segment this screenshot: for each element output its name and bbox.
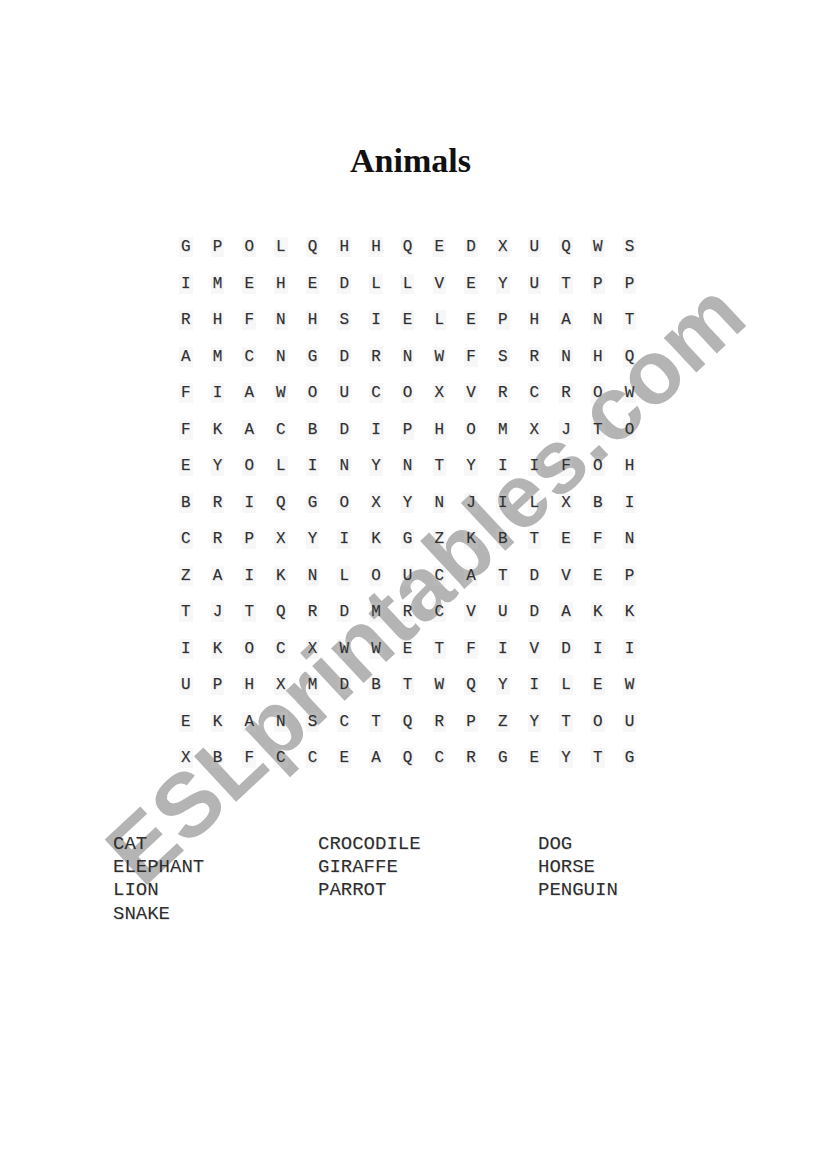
grid-cell: U [519, 229, 551, 266]
grid-cell: X [265, 667, 297, 704]
grid-cell: L [328, 558, 360, 595]
grid-cell: N [550, 339, 582, 376]
grid-cell: T [424, 448, 456, 485]
grid-cell: C [424, 740, 456, 777]
grid-cell: D [519, 594, 551, 631]
grid-cell: Y [202, 448, 234, 485]
grid-cell: C [233, 339, 265, 376]
grid-cell: A [360, 740, 392, 777]
grid-cell: H [614, 448, 646, 485]
grid-cell: X [297, 631, 329, 668]
grid-cell: W [582, 229, 614, 266]
word-list-item: SNAKE [113, 903, 204, 926]
grid-cell: H [582, 339, 614, 376]
grid-cell: W [424, 667, 456, 704]
grid-cell: O [233, 229, 265, 266]
grid-cell: G [614, 740, 646, 777]
grid-cell: E [328, 740, 360, 777]
grid-cell: Q [614, 339, 646, 376]
grid-cell: E [455, 302, 487, 339]
grid-cell: Y [550, 740, 582, 777]
grid-cell: U [487, 594, 519, 631]
grid-cell: E [170, 704, 202, 741]
grid-cell: B [487, 521, 519, 558]
grid-cell: H [360, 229, 392, 266]
grid-cell: I [614, 631, 646, 668]
grid-cell: Y [487, 667, 519, 704]
grid-cell: A [233, 704, 265, 741]
grid-cell: I [487, 448, 519, 485]
grid-cell: T [550, 266, 582, 303]
grid-cell: W [265, 375, 297, 412]
grid-cell: W [614, 667, 646, 704]
grid-cell: X [265, 521, 297, 558]
grid-cell: V [550, 558, 582, 595]
grid-cell: A [233, 375, 265, 412]
grid-cell: H [233, 667, 265, 704]
grid-cell: C [170, 521, 202, 558]
wordsearch-grid: GPOLQHHQEDXUQWSIMEHEDLLVEYUTPPRHFNHSIELE… [170, 229, 645, 777]
grid-cell: W [328, 631, 360, 668]
grid-cell: Z [487, 704, 519, 741]
grid-cell: T [233, 594, 265, 631]
grid-cell: K [202, 704, 234, 741]
grid-cell: I [328, 521, 360, 558]
grid-cell: I [170, 631, 202, 668]
word-list-item: DOG [538, 833, 618, 856]
grid-cell: J [455, 485, 487, 522]
word-list-item: CROCODILE [318, 833, 421, 856]
grid-cell: N [297, 558, 329, 595]
grid-cell: N [424, 485, 456, 522]
word-list-item: CAT [113, 833, 204, 856]
grid-cell: S [487, 339, 519, 376]
grid-cell: C [265, 740, 297, 777]
grid-cell: A [202, 558, 234, 595]
grid-cell: E [170, 448, 202, 485]
grid-cell: I [360, 302, 392, 339]
grid-cell: A [550, 594, 582, 631]
grid-cell: G [297, 339, 329, 376]
grid-cell: N [265, 704, 297, 741]
grid-cell: I [519, 448, 551, 485]
grid-cell: C [360, 375, 392, 412]
grid-cell: I [614, 485, 646, 522]
grid-cell: U [519, 266, 551, 303]
grid-cell: T [360, 704, 392, 741]
grid-cell: X [487, 229, 519, 266]
grid-cell: N [265, 302, 297, 339]
grid-cell: D [328, 594, 360, 631]
grid-cell: I [202, 375, 234, 412]
grid-cell: M [202, 339, 234, 376]
grid-cell: X [170, 740, 202, 777]
grid-cell: W [360, 631, 392, 668]
grid-cell: C [265, 412, 297, 449]
grid-cell: X [424, 375, 456, 412]
grid-cell: S [328, 302, 360, 339]
word-list-item: HORSE [538, 856, 618, 879]
grid-cell: D [328, 339, 360, 376]
grid-cell: S [614, 229, 646, 266]
grid-cell: M [487, 412, 519, 449]
grid-cell: T [582, 412, 614, 449]
grid-cell: F [233, 740, 265, 777]
grid-cell: O [233, 448, 265, 485]
grid-cell: E [519, 740, 551, 777]
grid-cell: K [455, 521, 487, 558]
grid-cell: T [487, 558, 519, 595]
grid-cell: P [233, 521, 265, 558]
grid-cell: F [582, 521, 614, 558]
grid-cell: F [550, 448, 582, 485]
grid-cell: R [297, 594, 329, 631]
grid-cell: F [170, 375, 202, 412]
grid-cell: O [614, 412, 646, 449]
grid-cell: B [170, 485, 202, 522]
grid-cell: Q [392, 740, 424, 777]
grid-cell: G [487, 740, 519, 777]
word-list-column-2: CROCODILEGIRAFFEPARROT [318, 833, 421, 903]
grid-cell: R [170, 302, 202, 339]
grid-cell: U [392, 558, 424, 595]
grid-cell: X [519, 412, 551, 449]
grid-cell: K [265, 558, 297, 595]
grid-cell: O [582, 704, 614, 741]
grid-cell: H [424, 412, 456, 449]
grid-cell: T [170, 594, 202, 631]
grid-cell: R [550, 375, 582, 412]
grid-cell: Q [455, 667, 487, 704]
grid-cell: Q [265, 485, 297, 522]
grid-cell: H [328, 229, 360, 266]
grid-cell: C [424, 594, 456, 631]
grid-cell: B [360, 667, 392, 704]
word-list-item: LION [113, 879, 204, 902]
grid-cell: U [614, 704, 646, 741]
grid-cell: H [297, 302, 329, 339]
grid-cell: T [550, 704, 582, 741]
grid-cell: Y [455, 448, 487, 485]
grid-cell: P [614, 266, 646, 303]
grid-cell: G [297, 485, 329, 522]
word-list-item: PARROT [318, 879, 421, 902]
grid-cell: I [487, 631, 519, 668]
grid-cell: L [265, 448, 297, 485]
grid-cell: U [328, 375, 360, 412]
grid-cell: I [582, 631, 614, 668]
grid-cell: R [360, 339, 392, 376]
grid-cell: E [582, 558, 614, 595]
grid-cell: U [170, 667, 202, 704]
grid-cell: L [392, 266, 424, 303]
grid-cell: N [392, 448, 424, 485]
grid-cell: F [455, 631, 487, 668]
grid-cell: P [582, 266, 614, 303]
grid-cell: E [233, 266, 265, 303]
grid-cell: H [265, 266, 297, 303]
grid-cell: W [424, 339, 456, 376]
grid-cell: Y [360, 448, 392, 485]
grid-cell: P [614, 558, 646, 595]
grid-cell: Y [519, 704, 551, 741]
grid-cell: J [550, 412, 582, 449]
grid-cell: V [455, 375, 487, 412]
grid-cell: V [455, 594, 487, 631]
grid-cell: T [424, 631, 456, 668]
grid-cell: L [360, 266, 392, 303]
grid-cell: Q [392, 229, 424, 266]
grid-cell: W [614, 375, 646, 412]
grid-cell: M [360, 594, 392, 631]
grid-cell: O [328, 485, 360, 522]
grid-cell: R [202, 485, 234, 522]
grid-cell: F [233, 302, 265, 339]
grid-cell: K [582, 594, 614, 631]
grid-cell: D [328, 266, 360, 303]
grid-cell: D [328, 412, 360, 449]
grid-cell: A [170, 339, 202, 376]
grid-cell: Y [487, 266, 519, 303]
grid-cell: N [265, 339, 297, 376]
grid-cell: I [233, 485, 265, 522]
grid-cell: D [328, 667, 360, 704]
grid-cell: E [550, 521, 582, 558]
grid-cell: I [233, 558, 265, 595]
grid-cell: O [582, 375, 614, 412]
grid-cell: O [392, 375, 424, 412]
grid-cell: I [360, 412, 392, 449]
grid-cell: I [170, 266, 202, 303]
grid-cell: K [202, 412, 234, 449]
grid-cell: N [582, 302, 614, 339]
worksheet-page: ESLprintables.com Animals GPOLQHHQEDXUQW… [0, 0, 821, 1169]
grid-cell: V [424, 266, 456, 303]
grid-cell: X [360, 485, 392, 522]
grid-cell: T [392, 667, 424, 704]
grid-cell: L [424, 302, 456, 339]
word-list-column-1: CATELEPHANTLIONSNAKE [113, 833, 204, 926]
grid-cell: Y [297, 521, 329, 558]
grid-cell: C [424, 558, 456, 595]
grid-cell: N [392, 339, 424, 376]
grid-cell: O [360, 558, 392, 595]
grid-cell: E [424, 229, 456, 266]
grid-cell: E [582, 667, 614, 704]
grid-cell: Q [297, 229, 329, 266]
grid-cell: E [297, 266, 329, 303]
grid-cell: H [202, 302, 234, 339]
grid-cell: G [392, 521, 424, 558]
grid-cell: X [550, 485, 582, 522]
page-title: Animals [0, 142, 821, 180]
grid-cell: I [487, 485, 519, 522]
grid-cell: Q [392, 704, 424, 741]
grid-cell: G [170, 229, 202, 266]
grid-cell: R [519, 339, 551, 376]
grid-cell: F [455, 339, 487, 376]
grid-cell: P [202, 229, 234, 266]
grid-cell: K [202, 631, 234, 668]
grid-cell: Q [265, 594, 297, 631]
grid-cell: A [550, 302, 582, 339]
word-list-column-3: DOGHORSEPENGUIN [538, 833, 618, 903]
grid-cell: C [328, 704, 360, 741]
grid-cell: Q [550, 229, 582, 266]
grid-cell: S [297, 704, 329, 741]
grid-cell: A [455, 558, 487, 595]
grid-cell: C [519, 375, 551, 412]
grid-cell: D [519, 558, 551, 595]
grid-cell: B [582, 485, 614, 522]
grid-cell: I [519, 667, 551, 704]
grid-cell: I [297, 448, 329, 485]
grid-cell: N [328, 448, 360, 485]
grid-cell: D [455, 229, 487, 266]
grid-cell: M [202, 266, 234, 303]
grid-cell: B [202, 740, 234, 777]
grid-cell: O [455, 412, 487, 449]
grid-cell: T [614, 302, 646, 339]
grid-cell: K [614, 594, 646, 631]
grid-cell: D [550, 631, 582, 668]
grid-cell: E [392, 631, 424, 668]
grid-cell: Y [392, 485, 424, 522]
grid-cell: L [265, 229, 297, 266]
grid-cell: R [392, 594, 424, 631]
grid-cell: E [392, 302, 424, 339]
grid-cell: P [392, 412, 424, 449]
grid-cell: N [614, 521, 646, 558]
grid-cell: P [487, 302, 519, 339]
grid-cell: Z [170, 558, 202, 595]
grid-cell: T [582, 740, 614, 777]
grid-cell: R [202, 521, 234, 558]
grid-cell: O [233, 631, 265, 668]
grid-cell: K [360, 521, 392, 558]
grid-cell: F [170, 412, 202, 449]
grid-cell: M [297, 667, 329, 704]
grid-cell: R [455, 740, 487, 777]
grid-cell: R [424, 704, 456, 741]
word-list-item: PENGUIN [538, 879, 618, 902]
word-list-item: GIRAFFE [318, 856, 421, 879]
grid-cell: P [202, 667, 234, 704]
word-list-item: ELEPHANT [113, 856, 204, 879]
grid-cell: E [455, 266, 487, 303]
grid-cell: R [487, 375, 519, 412]
grid-cell: V [519, 631, 551, 668]
grid-cell: L [550, 667, 582, 704]
grid-cell: P [455, 704, 487, 741]
grid-cell: A [233, 412, 265, 449]
grid-cell: C [297, 740, 329, 777]
grid-cell: H [519, 302, 551, 339]
grid-cell: C [265, 631, 297, 668]
grid-cell: T [519, 521, 551, 558]
grid-cell: O [297, 375, 329, 412]
grid-cell: J [202, 594, 234, 631]
grid-cell: O [582, 448, 614, 485]
grid-cell: B [297, 412, 329, 449]
grid-cell: L [519, 485, 551, 522]
grid-cell: Z [424, 521, 456, 558]
